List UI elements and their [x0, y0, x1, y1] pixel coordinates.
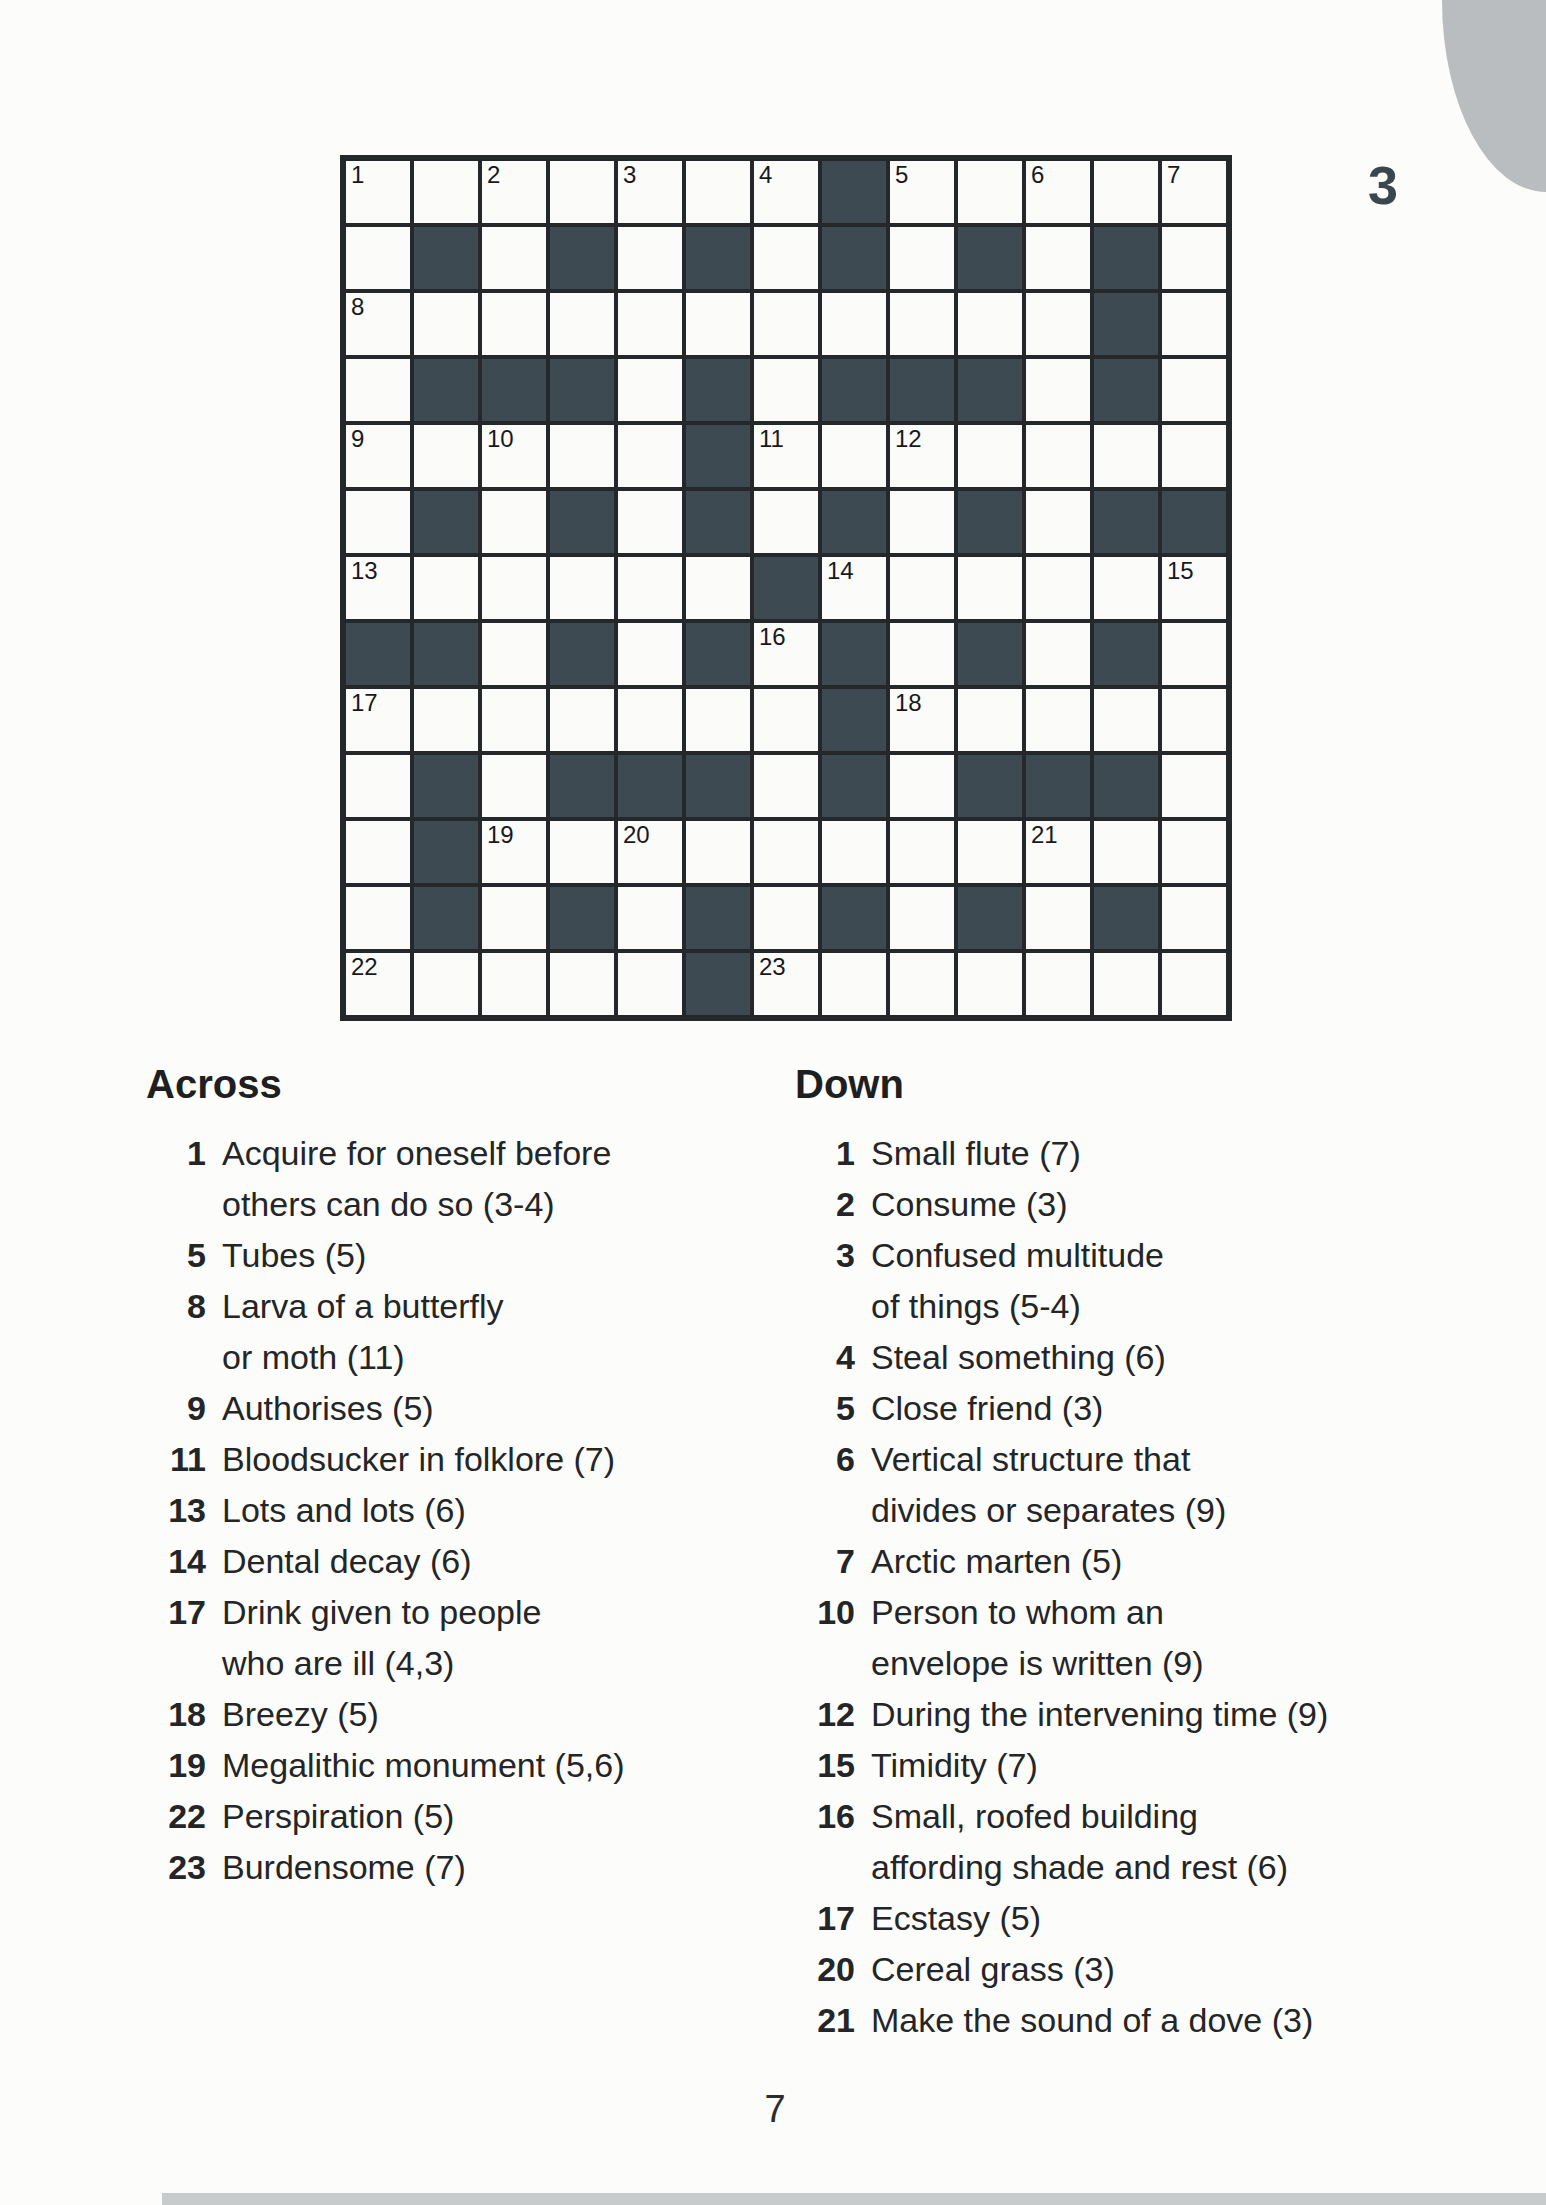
- cell-number-18: 18: [895, 691, 922, 715]
- down-clue-4: 4Steal something (6): [795, 1332, 1510, 1383]
- cell-r8c6-block: [684, 621, 752, 687]
- cell-r4c1[interactable]: [344, 357, 412, 423]
- cell-r12c5[interactable]: [616, 885, 684, 951]
- across-clue-11: 11Bloodsucker in folklore (7): [146, 1434, 746, 1485]
- across-clue-9: 9Authorises (5): [146, 1383, 746, 1434]
- across-clue-number: 13: [146, 1485, 206, 1536]
- across-clue-17: 17Drink given to people who are ill (4,3…: [146, 1587, 746, 1689]
- cell-r8c1-block: [344, 621, 412, 687]
- down-clue-number: 16: [795, 1791, 855, 1893]
- cell-r1c9[interactable]: 5: [888, 159, 956, 225]
- down-clue-number: 1: [795, 1128, 855, 1179]
- down-clue-5: 5Close friend (3): [795, 1383, 1510, 1434]
- cell-r5c12[interactable]: [1092, 423, 1160, 489]
- down-clue-2: 2Consume (3): [795, 1179, 1510, 1230]
- down-clue-text: Small flute (7): [871, 1128, 1510, 1179]
- down-clue-16: 16Small, roofed building affording shade…: [795, 1791, 1510, 1893]
- down-clue-15: 15Timidity (7): [795, 1740, 1510, 1791]
- cell-number-17: 17: [351, 691, 378, 715]
- cell-r3c10[interactable]: [956, 291, 1024, 357]
- down-clue-text: Person to whom an envelope is written (9…: [871, 1587, 1510, 1689]
- cell-r9c3[interactable]: [480, 687, 548, 753]
- cell-r2c4-block: [548, 225, 616, 291]
- cell-r13c5[interactable]: [616, 951, 684, 1017]
- down-clue-7: 7Arctic marten (5): [795, 1536, 1510, 1587]
- cell-r7c4[interactable]: [548, 555, 616, 621]
- down-clue-text: Consume (3): [871, 1179, 1510, 1230]
- cell-number-1: 1: [351, 163, 364, 187]
- cell-r8c4-block: [548, 621, 616, 687]
- across-clue-number: 18: [146, 1689, 206, 1740]
- cell-r2c1[interactable]: [344, 225, 412, 291]
- cell-r11c9[interactable]: [888, 819, 956, 885]
- cell-r6c2-block: [412, 489, 480, 555]
- down-clue-21: 21Make the sound of a dove (3): [795, 1995, 1510, 2046]
- cell-r2c10-block: [956, 225, 1024, 291]
- cell-r11c3[interactable]: 19: [480, 819, 548, 885]
- down-clue-12: 12During the intervening time (9): [795, 1689, 1510, 1740]
- cell-r5c1[interactable]: 9: [344, 423, 412, 489]
- cell-r3c5[interactable]: [616, 291, 684, 357]
- cell-r3c1[interactable]: 8: [344, 291, 412, 357]
- cell-r9c12[interactable]: [1092, 687, 1160, 753]
- down-clue-text: Arctic marten (5): [871, 1536, 1510, 1587]
- cell-number-2: 2: [487, 163, 500, 187]
- cell-r9c11[interactable]: [1024, 687, 1092, 753]
- down-clue-number: 21: [795, 1995, 855, 2046]
- page-curl-corner: [1442, 0, 1546, 192]
- cell-r7c5[interactable]: [616, 555, 684, 621]
- cell-r5c2[interactable]: [412, 423, 480, 489]
- across-clue-1: 1Acquire for oneself before others can d…: [146, 1128, 746, 1230]
- across-clue-text: Acquire for oneself before others can do…: [222, 1128, 746, 1230]
- cell-r8c7[interactable]: 16: [752, 621, 820, 687]
- cell-r4c9-block: [888, 357, 956, 423]
- cell-r13c2[interactable]: [412, 951, 480, 1017]
- cell-r12c9[interactable]: [888, 885, 956, 951]
- down-clue-number: 7: [795, 1536, 855, 1587]
- cell-r6c9[interactable]: [888, 489, 956, 555]
- cell-r1c13[interactable]: 7: [1160, 159, 1228, 225]
- across-clue-text: Megalithic monument (5,6): [222, 1740, 746, 1791]
- cell-r13c9[interactable]: [888, 951, 956, 1017]
- cell-r1c2[interactable]: [412, 159, 480, 225]
- across-clue-number: 17: [146, 1587, 206, 1689]
- cell-r11c8[interactable]: [820, 819, 888, 885]
- cell-r8c2-block: [412, 621, 480, 687]
- down-clue-number: 3: [795, 1230, 855, 1332]
- cell-r1c7[interactable]: 4: [752, 159, 820, 225]
- cell-r4c6-block: [684, 357, 752, 423]
- cell-r4c4-block: [548, 357, 616, 423]
- cell-number-3: 3: [623, 163, 636, 187]
- cell-r3c12-block: [1092, 291, 1160, 357]
- cell-r10c1[interactable]: [344, 753, 412, 819]
- cell-r7c6[interactable]: [684, 555, 752, 621]
- cell-r7c11[interactable]: [1024, 555, 1092, 621]
- cell-number-23: 23: [759, 955, 786, 979]
- cell-r12c13[interactable]: [1160, 885, 1228, 951]
- across-clue-text: Breezy (5): [222, 1689, 746, 1740]
- across-clue-text: Perspiration (5): [222, 1791, 746, 1842]
- across-clue-number: 11: [146, 1434, 206, 1485]
- down-clue-1: 1Small flute (7): [795, 1128, 1510, 1179]
- cell-r9c10[interactable]: [956, 687, 1024, 753]
- cell-r1c11[interactable]: 6: [1024, 159, 1092, 225]
- cell-r12c7[interactable]: [752, 885, 820, 951]
- cell-r7c3[interactable]: [480, 555, 548, 621]
- down-clue-number: 2: [795, 1179, 855, 1230]
- cell-r5c5[interactable]: [616, 423, 684, 489]
- cell-r10c7[interactable]: [752, 753, 820, 819]
- across-clue-8: 8Larva of a butterfly or moth (11): [146, 1281, 746, 1383]
- cell-r13c11[interactable]: [1024, 951, 1092, 1017]
- across-clue-19: 19Megalithic monument (5,6): [146, 1740, 746, 1791]
- cell-r5c6-block: [684, 423, 752, 489]
- across-clue-number: 8: [146, 1281, 206, 1383]
- cell-r1c4[interactable]: [548, 159, 616, 225]
- cell-r4c8-block: [820, 357, 888, 423]
- down-clue-17: 17Ecstasy (5): [795, 1893, 1510, 1944]
- down-clue-text: Close friend (3): [871, 1383, 1510, 1434]
- cell-number-13: 13: [351, 559, 378, 583]
- scan-edge-artifact: [162, 2193, 1546, 2205]
- cell-r4c10-block: [956, 357, 1024, 423]
- cell-r11c12[interactable]: [1092, 819, 1160, 885]
- cell-r8c8-block: [820, 621, 888, 687]
- across-clue-23: 23Burdensome (7): [146, 1842, 746, 1893]
- cell-number-11: 11: [759, 427, 784, 451]
- cell-r13c4[interactable]: [548, 951, 616, 1017]
- cell-r13c6-block: [684, 951, 752, 1017]
- down-clue-list: 1Small flute (7)2Consume (3)3Confused mu…: [795, 1128, 1510, 2046]
- cell-r8c5[interactable]: [616, 621, 684, 687]
- across-clue-text: Tubes (5): [222, 1230, 746, 1281]
- cell-r5c9[interactable]: 12: [888, 423, 956, 489]
- cell-r13c13[interactable]: [1160, 951, 1228, 1017]
- cell-r5c4[interactable]: [548, 423, 616, 489]
- cell-r7c2[interactable]: [412, 555, 480, 621]
- cell-r12c3[interactable]: [480, 885, 548, 951]
- cell-r2c3[interactable]: [480, 225, 548, 291]
- cell-r4c13[interactable]: [1160, 357, 1228, 423]
- cell-r2c9[interactable]: [888, 225, 956, 291]
- cell-r3c7[interactable]: [752, 291, 820, 357]
- cell-r6c8-block: [820, 489, 888, 555]
- down-clue-6: 6Vertical structure that divides or sepa…: [795, 1434, 1510, 1536]
- cell-r11c11[interactable]: 21: [1024, 819, 1092, 885]
- cell-r12c6-block: [684, 885, 752, 951]
- across-clue-18: 18Breezy (5): [146, 1689, 746, 1740]
- cell-number-15: 15: [1167, 559, 1194, 583]
- cell-r6c6-block: [684, 489, 752, 555]
- cell-r5c7[interactable]: 11: [752, 423, 820, 489]
- cell-number-20: 20: [623, 823, 650, 847]
- cell-r8c3[interactable]: [480, 621, 548, 687]
- cell-r2c2-block: [412, 225, 480, 291]
- cell-r13c10[interactable]: [956, 951, 1024, 1017]
- down-clue-text: Timidity (7): [871, 1740, 1510, 1791]
- cell-r7c10[interactable]: [956, 555, 1024, 621]
- cell-number-4: 4: [759, 163, 772, 187]
- cell-r10c10-block: [956, 753, 1024, 819]
- cell-r9c7[interactable]: [752, 687, 820, 753]
- cell-r11c13[interactable]: [1160, 819, 1228, 885]
- cell-r11c4[interactable]: [548, 819, 616, 885]
- cell-r3c4[interactable]: [548, 291, 616, 357]
- cell-r2c12-block: [1092, 225, 1160, 291]
- down-clue-text: Steal something (6): [871, 1332, 1510, 1383]
- cell-r6c10-block: [956, 489, 1024, 555]
- across-clue-number: 19: [146, 1740, 206, 1791]
- cell-r4c2-block: [412, 357, 480, 423]
- cell-number-19: 19: [487, 823, 514, 847]
- puzzle-number: 3: [1368, 156, 1398, 215]
- across-clue-text: Bloodsucker in folklore (7): [222, 1434, 746, 1485]
- cell-r12c4-block: [548, 885, 616, 951]
- cell-r7c13[interactable]: 15: [1160, 555, 1228, 621]
- cell-r7c1[interactable]: 13: [344, 555, 412, 621]
- cell-r11c7[interactable]: [752, 819, 820, 885]
- cell-r10c3[interactable]: [480, 753, 548, 819]
- down-clue-text: Small, roofed building affording shade a…: [871, 1791, 1510, 1893]
- cell-r6c12-block: [1092, 489, 1160, 555]
- down-clue-number: 17: [795, 1893, 855, 1944]
- cell-r1c5[interactable]: 3: [616, 159, 684, 225]
- cell-r7c12[interactable]: [1092, 555, 1160, 621]
- across-clue-text: Lots and lots (6): [222, 1485, 746, 1536]
- cell-r4c3-block: [480, 357, 548, 423]
- cell-r5c10[interactable]: [956, 423, 1024, 489]
- cell-r10c2-block: [412, 753, 480, 819]
- down-clue-text: During the intervening time (9): [871, 1689, 1510, 1740]
- cell-r8c9[interactable]: [888, 621, 956, 687]
- across-heading: Across: [146, 1062, 746, 1106]
- cell-number-8: 8: [351, 295, 364, 319]
- cell-r13c3[interactable]: [480, 951, 548, 1017]
- cell-r4c5[interactable]: [616, 357, 684, 423]
- down-clue-text: Confused multitude of things (5-4): [871, 1230, 1510, 1332]
- cell-number-10: 10: [487, 427, 514, 451]
- cell-number-9: 9: [351, 427, 364, 451]
- across-clue-number: 5: [146, 1230, 206, 1281]
- cell-number-5: 5: [895, 163, 908, 187]
- down-clue-number: 4: [795, 1332, 855, 1383]
- crossword-grid: 1234567891011121314151617181920212223: [340, 155, 1232, 1021]
- cell-r6c13-block: [1160, 489, 1228, 555]
- cell-r2c8-block: [820, 225, 888, 291]
- cell-r5c11[interactable]: [1024, 423, 1092, 489]
- down-clue-number: 5: [795, 1383, 855, 1434]
- across-clue-13: 13Lots and lots (6): [146, 1485, 746, 1536]
- down-clue-text: Ecstasy (5): [871, 1893, 1510, 1944]
- cell-r13c7[interactable]: 23: [752, 951, 820, 1017]
- cell-r4c11[interactable]: [1024, 357, 1092, 423]
- cell-r6c5[interactable]: [616, 489, 684, 555]
- cell-r2c13[interactable]: [1160, 225, 1228, 291]
- cell-r10c13[interactable]: [1160, 753, 1228, 819]
- cell-r9c1[interactable]: 17: [344, 687, 412, 753]
- cell-r11c5[interactable]: 20: [616, 819, 684, 885]
- cell-r4c12-block: [1092, 357, 1160, 423]
- down-clue-number: 10: [795, 1587, 855, 1689]
- cell-r11c2-block: [412, 819, 480, 885]
- down-clue-text: Make the sound of a dove (3): [871, 1995, 1510, 2046]
- cell-r13c8[interactable]: [820, 951, 888, 1017]
- cell-r12c1[interactable]: [344, 885, 412, 951]
- cell-r6c1[interactable]: [344, 489, 412, 555]
- cell-r1c3[interactable]: 2: [480, 159, 548, 225]
- cell-r1c12[interactable]: [1092, 159, 1160, 225]
- cell-r8c10-block: [956, 621, 1024, 687]
- across-clue-22: 22Perspiration (5): [146, 1791, 746, 1842]
- cell-r12c12-block: [1092, 885, 1160, 951]
- across-clue-14: 14Dental decay (6): [146, 1536, 746, 1587]
- cell-r10c9[interactable]: [888, 753, 956, 819]
- cell-number-16: 16: [759, 625, 786, 649]
- cell-number-21: 21: [1031, 823, 1058, 847]
- down-clue-number: 12: [795, 1689, 855, 1740]
- cell-r4c7[interactable]: [752, 357, 820, 423]
- cell-r2c11[interactable]: [1024, 225, 1092, 291]
- across-clue-text: Larva of a butterfly or moth (11): [222, 1281, 746, 1383]
- down-clue-number: 6: [795, 1434, 855, 1536]
- cell-r11c6[interactable]: [684, 819, 752, 885]
- cell-r9c13[interactable]: [1160, 687, 1228, 753]
- cell-r1c10[interactable]: [956, 159, 1024, 225]
- cell-r1c8-block: [820, 159, 888, 225]
- cell-r10c12-block: [1092, 753, 1160, 819]
- cell-r3c8[interactable]: [820, 291, 888, 357]
- down-clue-10: 10Person to whom an envelope is written …: [795, 1587, 1510, 1689]
- cell-r11c10[interactable]: [956, 819, 1024, 885]
- cell-r9c6[interactable]: [684, 687, 752, 753]
- cell-r12c2-block: [412, 885, 480, 951]
- cell-r6c4-block: [548, 489, 616, 555]
- cell-r12c8-block: [820, 885, 888, 951]
- cell-r8c11[interactable]: [1024, 621, 1092, 687]
- cell-r3c6[interactable]: [684, 291, 752, 357]
- across-clue-text: Dental decay (6): [222, 1536, 746, 1587]
- down-clue-number: 15: [795, 1740, 855, 1791]
- cell-r6c11[interactable]: [1024, 489, 1092, 555]
- across-clue-number: 23: [146, 1842, 206, 1893]
- cell-r11c1[interactable]: [344, 819, 412, 885]
- cell-r10c11-block: [1024, 753, 1092, 819]
- cell-r12c11[interactable]: [1024, 885, 1092, 951]
- across-clue-number: 9: [146, 1383, 206, 1434]
- cell-r13c12[interactable]: [1092, 951, 1160, 1017]
- across-clue-5: 5Tubes (5): [146, 1230, 746, 1281]
- across-clue-list: 1Acquire for oneself before others can d…: [146, 1128, 746, 1893]
- down-clue-20: 20Cereal grass (3): [795, 1944, 1510, 1995]
- cell-number-12: 12: [895, 427, 922, 451]
- cell-r3c2[interactable]: [412, 291, 480, 357]
- cell-number-7: 7: [1167, 163, 1180, 187]
- cell-r13c1[interactable]: 22: [344, 951, 412, 1017]
- down-heading: Down: [795, 1062, 1510, 1106]
- down-clues-column: Down 1Small flute (7)2Consume (3)3Confus…: [795, 1062, 1510, 2046]
- cell-r10c5-block: [616, 753, 684, 819]
- cell-r8c13[interactable]: [1160, 621, 1228, 687]
- cell-r2c5[interactable]: [616, 225, 684, 291]
- cell-number-6: 6: [1031, 163, 1044, 187]
- cell-r9c4[interactable]: [548, 687, 616, 753]
- cell-r3c11[interactable]: [1024, 291, 1092, 357]
- cell-r3c9[interactable]: [888, 291, 956, 357]
- page-number: 7: [715, 2088, 835, 2131]
- cell-r1c6[interactable]: [684, 159, 752, 225]
- down-clue-text: Vertical structure that divides or separ…: [871, 1434, 1510, 1536]
- down-clue-3: 3Confused multitude of things (5-4): [795, 1230, 1510, 1332]
- cell-number-14: 14: [827, 559, 854, 583]
- cell-r12c10-block: [956, 885, 1024, 951]
- across-clue-number: 22: [146, 1791, 206, 1842]
- cell-r9c2[interactable]: [412, 687, 480, 753]
- cell-r9c5[interactable]: [616, 687, 684, 753]
- across-clue-text: Authorises (5): [222, 1383, 746, 1434]
- cell-r6c7[interactable]: [752, 489, 820, 555]
- cell-r1c1[interactable]: 1: [344, 159, 412, 225]
- cell-r10c6-block: [684, 753, 752, 819]
- down-clue-text: Cereal grass (3): [871, 1944, 1510, 1995]
- cell-r7c7-block: [752, 555, 820, 621]
- cell-r5c8[interactable]: [820, 423, 888, 489]
- cell-r6c3[interactable]: [480, 489, 548, 555]
- cell-number-22: 22: [351, 955, 378, 979]
- cell-r9c8-block: [820, 687, 888, 753]
- cell-r3c13[interactable]: [1160, 291, 1228, 357]
- cell-r9c9[interactable]: 18: [888, 687, 956, 753]
- cell-r10c8-block: [820, 753, 888, 819]
- cell-r5c3[interactable]: 10: [480, 423, 548, 489]
- across-clues-column: Across 1Acquire for oneself before other…: [146, 1062, 746, 1893]
- cell-r2c6-block: [684, 225, 752, 291]
- cell-r7c8[interactable]: 14: [820, 555, 888, 621]
- across-clue-number: 14: [146, 1536, 206, 1587]
- cell-r10c4-block: [548, 753, 616, 819]
- cell-r3c3[interactable]: [480, 291, 548, 357]
- cell-r8c12-block: [1092, 621, 1160, 687]
- across-clue-text: Drink given to people who are ill (4,3): [222, 1587, 746, 1689]
- cell-r7c9[interactable]: [888, 555, 956, 621]
- across-clue-number: 1: [146, 1128, 206, 1230]
- across-clue-text: Burdensome (7): [222, 1842, 746, 1893]
- cell-r2c7[interactable]: [752, 225, 820, 291]
- down-clue-number: 20: [795, 1944, 855, 1995]
- cell-r5c13[interactable]: [1160, 423, 1228, 489]
